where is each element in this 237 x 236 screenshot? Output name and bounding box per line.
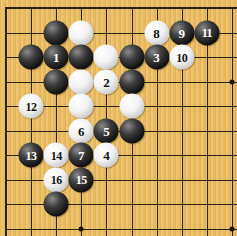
star-point	[79, 226, 84, 231]
stone-black	[119, 69, 144, 94]
stone-black	[19, 45, 44, 70]
stone-white-move-8: 8	[144, 20, 169, 45]
grid-hline	[5, 229, 237, 230]
go-board: 89111310212651314741615	[0, 0, 237, 236]
stone-black-move-15: 15	[69, 167, 94, 192]
stone-black-move-7: 7	[69, 143, 94, 168]
move-number: 2	[103, 75, 110, 88]
stone-white	[69, 94, 94, 119]
move-number: 7	[78, 149, 85, 162]
move-number: 1	[53, 51, 60, 64]
stone-black	[44, 192, 69, 217]
move-number: 3	[153, 51, 160, 64]
grid-hline	[5, 7, 237, 9]
star-point	[229, 79, 234, 84]
stone-white-move-12: 12	[19, 94, 44, 119]
stone-black-move-13: 13	[19, 143, 44, 168]
star-point	[229, 226, 234, 231]
move-number: 11	[202, 27, 212, 39]
move-number: 6	[78, 124, 85, 137]
move-number: 5	[103, 124, 110, 137]
stone-black-move-9: 9	[169, 20, 194, 45]
stone-black-move-5: 5	[94, 118, 119, 143]
stone-white-move-14: 14	[44, 143, 69, 168]
stone-white	[69, 69, 94, 94]
move-number: 8	[153, 26, 160, 39]
move-number: 12	[26, 100, 37, 112]
grid-vline	[31, 7, 32, 236]
stone-white-move-2: 2	[94, 69, 119, 94]
grid-vline	[5, 7, 7, 236]
move-number: 4	[103, 149, 110, 162]
stone-black	[44, 69, 69, 94]
move-number: 15	[76, 174, 87, 186]
stone-white	[69, 20, 94, 45]
stone-white-move-10: 10	[169, 45, 194, 70]
grid-hline	[5, 180, 237, 181]
move-number: 9	[178, 26, 185, 39]
move-number: 13	[26, 149, 37, 161]
stone-black	[119, 118, 144, 143]
stone-white	[94, 45, 119, 70]
stone-black	[69, 45, 94, 70]
stone-black-move-3: 3	[144, 45, 169, 70]
grid-vline	[232, 7, 233, 236]
stone-black-move-1: 1	[44, 45, 69, 70]
stone-black	[44, 20, 69, 45]
move-number: 16	[51, 174, 62, 186]
stone-white-move-16: 16	[44, 167, 69, 192]
stone-black-move-11: 11	[194, 20, 219, 45]
grid-hline	[5, 204, 237, 205]
stone-black	[119, 45, 144, 70]
stone-white-move-4: 4	[94, 143, 119, 168]
stone-white-move-6: 6	[69, 118, 94, 143]
move-number: 14	[51, 149, 62, 161]
stone-white	[119, 94, 144, 119]
move-number: 10	[176, 51, 187, 63]
